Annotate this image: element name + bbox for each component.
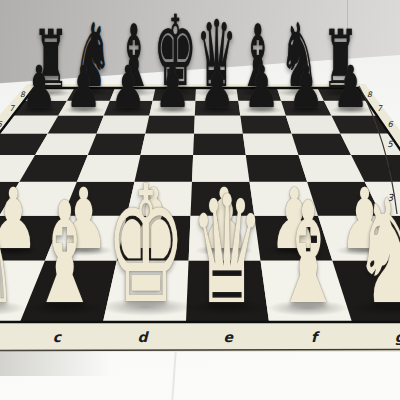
piece-black-pawn-h7[interactable]: ♟ <box>291 76 400 110</box>
knight-glyph: ♞ <box>329 181 400 325</box>
pieces-layer: ♜♞♝♚♛♝♞♜♟♟♟♟♟♟♟♟♟♟♟♟♟♟♟♟♜♞♝♚♛♝♞♜ <box>0 0 400 400</box>
piece-white-knight-g1[interactable]: ♞ <box>329 245 400 312</box>
pawn-glyph: ♟ <box>291 58 400 116</box>
chess-photo-scene: abcdefgh12334455667788 ♜♞♝♚♛♝♞♜♟♟♟♟♟♟♟♟♟… <box>0 0 400 400</box>
